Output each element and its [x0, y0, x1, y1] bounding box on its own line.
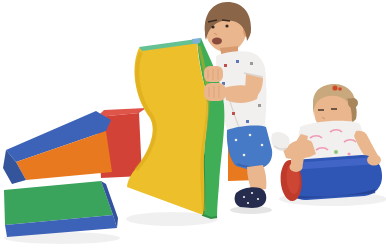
girl-print-dot: [334, 150, 338, 154]
girl-hair-bow-2: [338, 87, 342, 91]
girl-pigtail: [348, 98, 358, 108]
boy-eye-right: [225, 24, 228, 27]
foam-wedge-ramp: [3, 111, 112, 184]
girl-right-hand: [367, 155, 381, 166]
shorts-print: [235, 139, 238, 142]
foam-mat: [4, 181, 118, 237]
boy-forearm: [224, 85, 259, 103]
shirt-print: [224, 64, 227, 67]
boy-sock: [235, 187, 267, 208]
girl-print-dot: [347, 152, 350, 155]
shirt-print: [258, 104, 261, 107]
boy-hand-lower: [204, 83, 226, 101]
shirt-print: [232, 112, 235, 115]
scene-canvas: [0, 0, 386, 248]
shirt-print: [236, 60, 239, 63]
boy-eyebrow-right: [222, 20, 230, 21]
shorts-print: [261, 144, 264, 147]
shirt-print: [246, 120, 249, 123]
shirt-print: [250, 62, 253, 65]
shorts-print: [249, 134, 252, 137]
boy-eye-left: [211, 25, 214, 28]
girl-hair-bow: [332, 85, 337, 90]
product-photo: [0, 0, 386, 248]
girl-left-hand: [290, 162, 303, 172]
sock-dot: [247, 202, 249, 204]
toddler-girl: [271, 84, 379, 164]
sock-dot: [243, 196, 245, 198]
boy-shorts: [227, 126, 272, 170]
sock-dot: [257, 198, 259, 200]
foam-wave-climber: [127, 38, 224, 218]
boy-mouth: [212, 38, 222, 45]
sock-dot: [251, 192, 253, 194]
shorts-print: [243, 154, 246, 157]
